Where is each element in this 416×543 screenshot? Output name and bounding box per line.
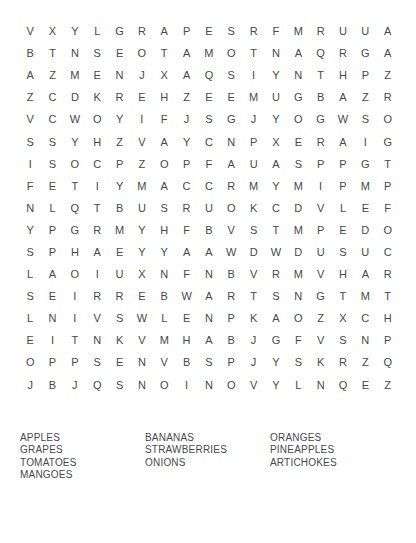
grid-cell[interactable]: Y [265,108,287,130]
grid-cell[interactable]: E [332,219,354,241]
grid-cell[interactable]: O [131,42,153,64]
grid-cell[interactable]: A [332,130,354,152]
grid-cell[interactable]: L [332,197,354,219]
grid-cell[interactable]: B [19,42,41,64]
grid-cell[interactable]: P [354,64,376,86]
grid-cell[interactable]: U [265,86,287,108]
grid-cell[interactable]: Z [175,86,197,108]
grid-cell[interactable]: A [354,263,376,285]
grid-cell[interactable]: F [265,20,287,42]
grid-cell[interactable]: U [354,20,376,42]
grid-cell[interactable]: C [41,108,63,130]
grid-cell[interactable]: S [287,351,309,373]
grid-cell[interactable]: E [41,175,63,197]
grid-cell[interactable]: S [220,64,242,86]
grid-cell[interactable]: J [131,64,153,86]
grid-cell[interactable]: F [377,197,399,219]
grid-cell[interactable]: X [332,307,354,329]
grid-cell[interactable]: I [354,130,376,152]
grid-cell[interactable]: M [287,219,309,241]
grid-cell[interactable]: P [108,153,130,175]
grid-cell[interactable]: A [198,241,220,263]
grid-cell[interactable]: R [377,263,399,285]
grid-cell[interactable]: E [108,351,130,373]
grid-cell[interactable]: S [153,197,175,219]
grid-cell[interactable]: A [41,263,63,285]
grid-cell[interactable]: C [265,197,287,219]
grid-cell[interactable]: O [377,108,399,130]
grid-cell[interactable]: C [175,175,197,197]
grid-cell[interactable]: Y [108,175,130,197]
grid-cell[interactable]: N [354,329,376,351]
grid-cell[interactable]: C [86,153,108,175]
grid-cell[interactable]: E [220,86,242,108]
grid-cell[interactable]: W [265,241,287,263]
grid-cell[interactable]: P [242,130,264,152]
grid-cell[interactable]: J [242,329,264,351]
grid-cell[interactable]: Q [377,351,399,373]
grid-cell[interactable]: Q [332,374,354,396]
grid-cell[interactable]: D [64,86,86,108]
grid-cell[interactable]: U [108,263,130,285]
grid-cell[interactable]: P [377,175,399,197]
grid-cell[interactable]: B [41,374,63,396]
grid-cell[interactable]: S [108,374,130,396]
grid-cell[interactable]: F [175,263,197,285]
grid-cell[interactable]: N [198,263,220,285]
grid-cell[interactable]: N [86,329,108,351]
grid-cell[interactable]: K [309,351,331,373]
grid-cell[interactable]: S [354,108,376,130]
grid-cell[interactable]: A [175,42,197,64]
grid-cell[interactable]: S [287,153,309,175]
grid-cell[interactable]: R [332,351,354,373]
grid-cell[interactable]: C [354,307,376,329]
word-apples: APPLES [20,432,77,444]
grid-cell[interactable]: A [198,329,220,351]
grid-cell[interactable]: M [131,175,153,197]
grid-cell[interactable]: N [64,42,86,64]
grid-cell[interactable]: P [309,153,331,175]
grid-cell[interactable]: L [153,307,175,329]
word-mangoes: MANGOES [20,469,77,481]
grid-cell[interactable]: T [86,197,108,219]
grid-cell[interactable]: V [309,329,331,351]
grid-cell[interactable]: J [175,108,197,130]
grid-cell[interactable]: T [242,285,264,307]
grid-cell[interactable]: S [86,351,108,373]
grid-cell[interactable]: E [287,130,309,152]
grid-cell[interactable]: I [64,307,86,329]
grid-cell[interactable]: A [377,42,399,64]
word-strawberries: STRAWBERRIES [145,444,227,456]
grid-cell[interactable]: M [64,64,86,86]
grid-cell[interactable]: R [309,130,331,152]
grid-cell[interactable]: R [175,197,197,219]
grid-cell[interactable]: T [377,153,399,175]
grid-cell[interactable]: H [153,86,175,108]
grid-cell[interactable]: Y [64,130,86,152]
grid-cell[interactable]: H [175,329,197,351]
grid-cell[interactable]: N [131,351,153,373]
grid-cell[interactable]: W [175,285,197,307]
grid-cell[interactable]: O [287,108,309,130]
grid-cell[interactable]: Z [309,307,331,329]
grid-cell[interactable]: Q [309,42,331,64]
grid-cell[interactable]: C [377,241,399,263]
grid-cell[interactable]: Y [265,64,287,86]
grid-cell[interactable]: R [332,42,354,64]
grid-cell[interactable]: V [242,263,264,285]
grid-cell[interactable]: A [220,153,242,175]
grid-cell[interactable]: S [332,329,354,351]
grid-cell[interactable]: P [220,351,242,373]
grid-cell[interactable]: V [131,329,153,351]
grid-cell[interactable]: G [220,108,242,130]
grid-cell[interactable]: S [242,219,264,241]
grid-cell[interactable]: H [332,64,354,86]
grid-cell[interactable]: N [309,374,331,396]
grid-cell[interactable]: S [86,42,108,64]
grid-cell[interactable]: G [64,219,86,241]
grid-cell[interactable]: Q [198,64,220,86]
grid-cell[interactable]: V [19,108,41,130]
grid-cell[interactable]: M [354,285,376,307]
grid-cell[interactable]: P [64,351,86,373]
grid-cell[interactable]: Y [131,219,153,241]
grid-cell[interactable]: N [19,197,41,219]
grid-cell[interactable]: E [354,197,376,219]
grid-cell[interactable]: E [108,42,130,64]
grid-cell[interactable]: A [153,175,175,197]
grid-cell[interactable]: E [131,285,153,307]
grid-cell[interactable]: F [198,153,220,175]
grid-cell[interactable]: T [64,175,86,197]
grid-cell[interactable]: M [242,86,264,108]
grid-cell[interactable]: A [153,130,175,152]
grid-cell[interactable]: Y [265,374,287,396]
grid-cell[interactable]: M [242,175,264,197]
grid-cell[interactable]: A [175,64,197,86]
grid-cell[interactable]: D [354,219,376,241]
grid-cell[interactable]: L [19,307,41,329]
grid-cell[interactable]: H [332,263,354,285]
grid-cell[interactable]: E [19,329,41,351]
grid-cell[interactable]: A [265,153,287,175]
grid-cell[interactable]: Z [131,153,153,175]
grid-cell[interactable]: U [354,241,376,263]
grid-cell[interactable]: R [108,285,130,307]
grid-cell[interactable]: E [108,241,130,263]
grid-cell[interactable]: Z [41,64,63,86]
grid-cell[interactable]: S [19,285,41,307]
grid-cell[interactable]: N [287,285,309,307]
word-onions: ONIONS [145,457,227,469]
grid-cell[interactable]: I [64,285,86,307]
grid-cell[interactable]: M [198,42,220,64]
grid-cell[interactable]: O [220,197,242,219]
grid-cell[interactable]: S [19,241,41,263]
grid-cell[interactable]: G [354,153,376,175]
grid-cell[interactable]: T [153,42,175,64]
grid-cell[interactable]: C [198,175,220,197]
grid-cell[interactable]: L [287,374,309,396]
grid-cell[interactable]: Z [354,86,376,108]
grid-cell[interactable]: I [175,374,197,396]
grid-cell[interactable]: T [242,42,264,64]
grid-cell[interactable]: N [198,374,220,396]
grid-cell[interactable]: E [198,20,220,42]
grid-cell[interactable]: X [41,20,63,42]
grid-cell[interactable]: A [86,241,108,263]
grid-cell[interactable]: O [64,263,86,285]
grid-cell[interactable]: A [287,42,309,64]
grid-cell[interactable]: K [86,86,108,108]
grid-cell[interactable]: H [64,241,86,263]
grid-cell[interactable]: Y [153,241,175,263]
grid-cell[interactable]: N [265,42,287,64]
grid-cell[interactable]: K [242,307,264,329]
grid-cell[interactable]: P [41,219,63,241]
grid-cell[interactable]: V [309,197,331,219]
grid-cell[interactable]: J [242,351,264,373]
grid-cell[interactable]: N [41,307,63,329]
grid-cell[interactable]: J [19,374,41,396]
grid-cell[interactable]: U [309,241,331,263]
grid-cell[interactable]: T [377,285,399,307]
grid-cell[interactable]: V [86,307,108,329]
grid-cell[interactable]: S [265,285,287,307]
grid-cell[interactable]: D [287,197,309,219]
grid-cell[interactable]: A [153,20,175,42]
grid-cell[interactable]: W [64,108,86,130]
grid-cell[interactable]: A [265,307,287,329]
grid-cell[interactable]: X [153,64,175,86]
grid-cell[interactable]: E [86,64,108,86]
grid-cell[interactable]: E [41,285,63,307]
grid-cell[interactable]: T [41,42,63,64]
grid-cell[interactable]: Z [354,351,376,373]
grid-cell[interactable]: E [131,86,153,108]
grid-cell[interactable]: O [377,219,399,241]
grid-cell[interactable]: A [332,86,354,108]
grid-cell[interactable]: A [175,241,197,263]
grid-cell[interactable]: R [242,20,264,42]
grid-cell[interactable]: S [332,241,354,263]
grid-cell[interactable]: Z [19,86,41,108]
grid-cell[interactable]: C [41,86,63,108]
grid-cell[interactable]: P [175,20,197,42]
grid-cell[interactable]: L [19,263,41,285]
grid-cell[interactable]: Z [377,374,399,396]
grid-cell[interactable]: M [287,263,309,285]
grid-cell[interactable]: G [309,285,331,307]
grid-cell[interactable]: V [242,374,264,396]
grid-cell[interactable]: O [153,153,175,175]
grid-cell[interactable]: P [41,351,63,373]
grid-cell[interactable]: N [287,64,309,86]
grid-cell[interactable]: I [131,108,153,130]
grid-cell[interactable]: I [309,175,331,197]
grid-cell[interactable]: I [41,329,63,351]
grid-cell[interactable]: H [153,219,175,241]
grid-cell[interactable]: P [309,219,331,241]
grid-cell[interactable]: S [19,130,41,152]
grid-cell[interactable]: I [86,175,108,197]
grid-cell[interactable]: J [242,108,264,130]
grid-cell[interactable]: G [377,130,399,152]
grid-cell[interactable]: G [309,108,331,130]
grid-cell[interactable]: E [198,86,220,108]
grid-cell[interactable]: F [153,108,175,130]
grid-cell[interactable]: O [19,351,41,373]
grid-cell[interactable]: W [131,307,153,329]
grid-cell[interactable]: S [41,153,63,175]
grid-cell[interactable]: W [220,241,242,263]
grid-cell[interactable]: R [86,285,108,307]
grid-cell[interactable]: R [377,86,399,108]
grid-cell[interactable]: O [153,374,175,396]
grid-cell[interactable]: T [332,285,354,307]
grid-cell[interactable]: J [64,374,86,396]
grid-cell[interactable]: M [287,20,309,42]
grid-cell[interactable]: R [220,285,242,307]
grid-cell[interactable]: O [86,108,108,130]
grid-cell[interactable]: X [131,263,153,285]
word-artichokes: ARTICHOKES [270,457,337,469]
grid-cell[interactable]: B [309,86,331,108]
grid-cell[interactable]: E [354,374,376,396]
grid-cell[interactable]: A [377,20,399,42]
grid-cell[interactable]: S [220,20,242,42]
grid-cell[interactable]: T [309,64,331,86]
grid-cell[interactable]: O [220,374,242,396]
grid-cell[interactable]: N [131,374,153,396]
grid-cell[interactable]: B [220,263,242,285]
grid-cell[interactable]: Q [64,197,86,219]
grid-cell[interactable]: S [198,351,220,373]
grid-cell[interactable]: D [287,241,309,263]
grid-cell[interactable]: B [220,329,242,351]
grid-cell[interactable]: R [309,20,331,42]
grid-cell[interactable]: A [19,64,41,86]
grid-cell[interactable]: E [175,307,197,329]
grid-cell[interactable]: V [153,351,175,373]
grid-cell[interactable]: O [287,307,309,329]
grid-cell[interactable]: V [309,263,331,285]
grid-cell[interactable]: G [108,20,130,42]
grid-cell[interactable]: I [242,64,264,86]
grid-cell[interactable]: U [242,153,264,175]
word-bananas: BANANAS [145,432,227,444]
grid-cell[interactable]: R [265,263,287,285]
grid-cell[interactable]: S [41,130,63,152]
grid-cell[interactable]: I [86,263,108,285]
grid-cell[interactable]: Y [131,241,153,263]
grid-cell[interactable]: R [220,175,242,197]
grid-cell[interactable]: P [332,175,354,197]
grid-cell[interactable]: V [220,219,242,241]
grid-cell[interactable]: Y [64,20,86,42]
grid-cell[interactable]: G [354,42,376,64]
grid-cell[interactable]: F [175,219,197,241]
word-list-column-1: APPLES GRAPES TOMATOES MANGOES [20,432,77,482]
grid-cell[interactable]: V [131,130,153,152]
grid-cell[interactable]: Y [175,130,197,152]
grid-cell[interactable]: Z [377,64,399,86]
grid-cell[interactable]: B [198,219,220,241]
grid-cell[interactable]: D [242,241,264,263]
word-pineapples: PINEAPPLES [270,444,337,456]
grid-cell[interactable]: L [41,197,63,219]
grid-cell[interactable]: M [108,219,130,241]
grid-cell[interactable]: C [198,130,220,152]
grid-cell[interactable]: Z [108,130,130,152]
grid-cell[interactable]: M [153,329,175,351]
letter-grid: VXYLGRAPESRFMRUUABTNSEOTAMOTNAQRGAAZMENJ… [19,20,399,396]
grid-cell[interactable]: P [377,329,399,351]
grid-cell[interactable]: F [19,175,41,197]
grid-cell[interactable]: U [131,197,153,219]
grid-cell[interactable]: H [377,307,399,329]
grid-cell[interactable]: O [64,153,86,175]
grid-cell[interactable]: N [108,64,130,86]
grid-cell[interactable]: G [265,329,287,351]
grid-cell[interactable]: Y [265,351,287,373]
grid-cell[interactable]: R [108,86,130,108]
grid-cell[interactable]: R [131,20,153,42]
grid-cell[interactable]: X [265,130,287,152]
grid-cell[interactable]: U [332,20,354,42]
grid-cell[interactable]: S [108,307,130,329]
word-tomatoes: TOMATOES [20,457,77,469]
grid-cell[interactable]: K [108,329,130,351]
grid-cell[interactable]: P [220,307,242,329]
grid-cell[interactable]: N [153,263,175,285]
grid-cell[interactable]: H [86,130,108,152]
grid-cell[interactable]: P [41,241,63,263]
grid-cell[interactable]: Y [108,108,130,130]
grid-cell[interactable]: P [332,153,354,175]
grid-cell[interactable]: Q [86,374,108,396]
grid-cell[interactable]: Y [265,175,287,197]
grid-cell[interactable]: B [153,285,175,307]
grid-cell[interactable]: R [86,219,108,241]
grid-cell[interactable]: I [19,153,41,175]
grid-cell[interactable]: K [242,197,264,219]
grid-cell[interactable]: P [175,153,197,175]
word-search-page: VXYLGRAPESRFMRUUABTNSEOTAMOTNAQRGAAZMENJ… [0,0,416,543]
grid-cell[interactable]: B [175,351,197,373]
grid-cell[interactable]: O [220,42,242,64]
grid-cell[interactable]: V [19,20,41,42]
grid-cell[interactable]: U [198,197,220,219]
grid-cell[interactable]: T [64,329,86,351]
grid-cell[interactable]: A [198,285,220,307]
grid-cell[interactable]: Y [19,219,41,241]
grid-cell[interactable]: M [287,175,309,197]
grid-cell[interactable]: N [220,130,242,152]
grid-cell[interactable]: L [86,20,108,42]
grid-cell[interactable]: T [265,219,287,241]
grid-cell[interactable]: W [332,108,354,130]
grid-cell[interactable]: G [287,86,309,108]
grid-cell[interactable]: F [287,329,309,351]
grid-cell[interactable]: N [198,307,220,329]
grid-cell[interactable]: B [108,197,130,219]
grid-cell[interactable]: S [198,108,220,130]
grid-cell[interactable]: M [354,175,376,197]
